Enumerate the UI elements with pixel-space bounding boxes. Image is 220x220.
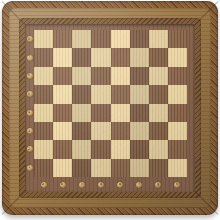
file-label-g: g <box>149 177 168 192</box>
file-label-c: c <box>72 177 91 192</box>
square-c7[interactable] <box>72 48 91 66</box>
rank-label-7: 7 <box>25 48 34 66</box>
square-b6[interactable] <box>53 67 72 85</box>
square-g3[interactable] <box>149 122 168 140</box>
square-e3[interactable] <box>111 122 130 140</box>
square-d8[interactable] <box>91 30 110 48</box>
square-f6[interactable] <box>130 67 149 85</box>
square-d1[interactable] <box>91 159 110 177</box>
square-a7[interactable] <box>34 48 53 66</box>
rank-label-3: 3 <box>25 122 34 140</box>
square-g6[interactable] <box>149 67 168 85</box>
square-g7[interactable] <box>149 48 168 66</box>
square-a4[interactable] <box>34 104 53 122</box>
square-b2[interactable] <box>53 140 72 158</box>
square-f8[interactable] <box>130 30 149 48</box>
square-b5[interactable] <box>53 85 72 103</box>
square-h7[interactable] <box>168 48 187 66</box>
rank-label-1: 1 <box>25 159 34 177</box>
file-label-d: d <box>91 177 110 192</box>
square-h5[interactable] <box>168 85 187 103</box>
square-b7[interactable] <box>53 48 72 66</box>
square-g4[interactable] <box>149 104 168 122</box>
square-b1[interactable] <box>53 159 72 177</box>
rank-label-2: 2 <box>25 140 34 158</box>
chess-board: 87654321abcdefgh <box>2 1 218 215</box>
square-h3[interactable] <box>168 122 187 140</box>
square-e2[interactable] <box>111 140 130 158</box>
square-b8[interactable] <box>53 30 72 48</box>
rank-label-6: 6 <box>25 67 34 85</box>
rank-label-8: 8 <box>25 30 34 48</box>
square-d4[interactable] <box>91 104 110 122</box>
square-h8[interactable] <box>168 30 187 48</box>
square-g5[interactable] <box>149 85 168 103</box>
board-frame-flat-band: 87654321abcdefgh <box>9 8 211 208</box>
square-d7[interactable] <box>91 48 110 66</box>
square-d5[interactable] <box>91 85 110 103</box>
file-label-a: a <box>34 177 53 192</box>
square-d3[interactable] <box>91 122 110 140</box>
square-c2[interactable] <box>72 140 91 158</box>
square-f1[interactable] <box>130 159 149 177</box>
board-frame-inner-carved-band: 87654321abcdefgh <box>19 18 201 198</box>
square-g2[interactable] <box>149 140 168 158</box>
square-f7[interactable] <box>130 48 149 66</box>
rank-label-5: 5 <box>25 85 34 103</box>
square-h2[interactable] <box>168 140 187 158</box>
square-f5[interactable] <box>130 85 149 103</box>
square-e5[interactable] <box>111 85 130 103</box>
square-c5[interactable] <box>72 85 91 103</box>
square-c3[interactable] <box>72 122 91 140</box>
square-c1[interactable] <box>72 159 91 177</box>
board-field: 87654321abcdefgh <box>25 24 195 192</box>
square-e8[interactable] <box>111 30 130 48</box>
photo-background: 87654321abcdefgh <box>0 0 220 220</box>
square-a8[interactable] <box>34 30 53 48</box>
square-c4[interactable] <box>72 104 91 122</box>
file-label-b: b <box>53 177 72 192</box>
square-h4[interactable] <box>168 104 187 122</box>
file-label-f: f <box>130 177 149 192</box>
square-e7[interactable] <box>111 48 130 66</box>
square-e4[interactable] <box>111 104 130 122</box>
square-c6[interactable] <box>72 67 91 85</box>
square-g8[interactable] <box>149 30 168 48</box>
square-d2[interactable] <box>91 140 110 158</box>
square-a1[interactable] <box>34 159 53 177</box>
square-a3[interactable] <box>34 122 53 140</box>
file-label-h: h <box>168 177 187 192</box>
square-b4[interactable] <box>53 104 72 122</box>
square-c8[interactable] <box>72 30 91 48</box>
square-a5[interactable] <box>34 85 53 103</box>
square-f4[interactable] <box>130 104 149 122</box>
rank-label-4: 4 <box>25 104 34 122</box>
square-d6[interactable] <box>91 67 110 85</box>
square-a6[interactable] <box>34 67 53 85</box>
square-e1[interactable] <box>111 159 130 177</box>
square-a2[interactable] <box>34 140 53 158</box>
square-f3[interactable] <box>130 122 149 140</box>
square-f2[interactable] <box>130 140 149 158</box>
square-e6[interactable] <box>111 67 130 85</box>
square-h1[interactable] <box>168 159 187 177</box>
file-label-e: e <box>111 177 130 192</box>
square-b3[interactable] <box>53 122 72 140</box>
square-h6[interactable] <box>168 67 187 85</box>
square-g1[interactable] <box>149 159 168 177</box>
